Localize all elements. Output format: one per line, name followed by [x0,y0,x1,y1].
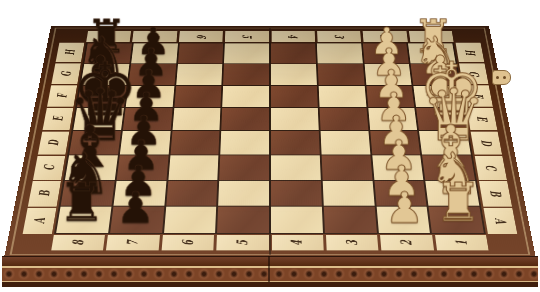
piece-black-pawn-g7: ♟ [127,43,175,81]
rank-labels-bottom: 87654321 [51,235,489,251]
front-edge-base [2,282,538,287]
front-fold-seam [268,256,270,282]
piece-white-bishop-c1: ♝ [425,118,477,176]
piece-white-pawn-c2: ♟ [373,135,425,176]
rank-label: 2 [363,31,408,42]
piece-black-knight-b8: ♞ [59,145,112,202]
rank-label: 6 [179,31,223,42]
file-label: B [28,181,61,206]
rank-label: 2 [380,235,433,251]
file-label: E [43,108,74,130]
rank-label: 3 [326,235,379,251]
piece-black-queen-d8: ♛ [68,79,119,151]
carved-scroll-band [2,268,538,282]
piece-black-bishop-c8: ♝ [64,118,116,176]
rank-label: 3 [317,31,361,42]
rank-label: 1 [409,31,454,42]
piece-black-pawn-a7: ♟ [109,186,163,229]
file-label: F [47,85,77,106]
piece-black-pawn-e7: ♟ [121,87,171,127]
piece-white-bishop-f1: ♝ [416,49,465,104]
piece-black-bishop-f8: ♝ [76,49,125,104]
file-label: A [23,208,57,234]
file-label: H [456,43,485,63]
piece-white-pawn-g2: ♟ [365,43,413,81]
file-label: H [56,43,85,63]
piece-white-pawn-f2: ♟ [367,65,416,104]
perspective-scene: 87654321 87654321 HGFEDCBA HGFEDCBA ♜♟♟♜… [0,0,540,292]
piece-black-pawn-f7: ♟ [124,65,173,104]
rank-label: 8 [86,31,131,42]
rank-label: 5 [225,31,269,42]
rank-label: 5 [216,235,268,251]
board-clasp [492,70,511,85]
piece-white-pawn-e2: ♟ [369,87,419,127]
piece-black-pawn-b7: ♟ [112,160,165,202]
file-label: D [471,131,503,154]
file-label: C [33,156,65,180]
file-label: G [51,64,80,85]
rank-label: 1 [435,235,489,251]
piece-white-pawn-b2: ♟ [375,160,428,202]
file-label: G [459,64,488,85]
piece-white-knight-b1: ♞ [428,145,481,202]
file-label: C [475,156,507,180]
piece-white-pawn-d2: ♟ [371,111,422,151]
rank-label: 7 [106,235,159,251]
board-front-edge [2,256,538,287]
file-label: D [38,131,70,154]
chess-set-photo: 87654321 87654321 HGFEDCBA HGFEDCBA ♜♟♟♜… [0,0,540,292]
piece-white-pawn-a2: ♟ [378,186,432,229]
piece-white-rook-a1: ♜ [431,177,485,230]
rank-label: 7 [132,31,177,42]
rank-label: 4 [271,31,315,42]
file-label: A [484,208,518,234]
piece-black-rook-a8: ♜ [55,177,109,230]
file-label: F [463,85,493,106]
rank-label: 4 [271,235,323,251]
piece-black-pawn-d7: ♟ [118,111,169,151]
file-label: E [467,108,498,130]
rank-label: 8 [51,235,105,251]
front-edge-wood [2,256,538,266]
piece-white-queen-d1: ♛ [422,79,473,151]
rank-label: 6 [161,235,214,251]
file-label: B [479,181,512,206]
chess-board: 87654321 87654321 HGFEDCBA HGFEDCBA ♜♟♟♜… [4,26,536,258]
piece-black-pawn-c7: ♟ [115,135,167,176]
